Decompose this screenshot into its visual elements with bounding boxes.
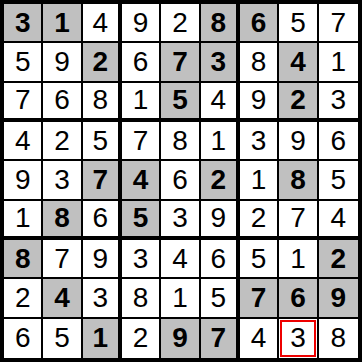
cell-r2c1[interactable]: 5 (4, 43, 43, 82)
cell-r8c1[interactable]: 2 (4, 279, 43, 318)
cell-r7c7[interactable]: 5 (240, 240, 279, 279)
cell-r4c6[interactable]: 1 (201, 122, 240, 161)
cell-r6c6[interactable]: 9 (201, 201, 240, 240)
cell-r5c2[interactable]: 3 (43, 161, 82, 200)
cell-r8c3[interactable]: 3 (83, 279, 122, 318)
cell-r8c2[interactable]: 4 (43, 279, 82, 318)
cell-r9c9[interactable]: 8 (319, 319, 358, 358)
cell-r8c4[interactable]: 8 (122, 279, 161, 318)
cell-r1c5[interactable]: 2 (161, 4, 200, 43)
cell-r6c4[interactable]: 5 (122, 201, 161, 240)
cell-r8c7[interactable]: 7 (240, 279, 279, 318)
sudoku-board: 3149286575926738417681549234257813969374… (0, 0, 362, 362)
cell-r9c8[interactable]: 3 (279, 319, 318, 358)
cell-r6c8[interactable]: 7 (279, 201, 318, 240)
cell-r9c5[interactable]: 9 (161, 319, 200, 358)
cell-r2c2[interactable]: 9 (43, 43, 82, 82)
cell-r6c7[interactable]: 2 (240, 201, 279, 240)
cell-r3c2[interactable]: 6 (43, 83, 82, 122)
cell-r5c5[interactable]: 6 (161, 161, 200, 200)
cell-r1c6[interactable]: 8 (201, 4, 240, 43)
cell-r4c1[interactable]: 4 (4, 122, 43, 161)
cell-r7c8[interactable]: 1 (279, 240, 318, 279)
cell-r2c3[interactable]: 2 (83, 43, 122, 82)
cell-r5c6[interactable]: 2 (201, 161, 240, 200)
cell-r3c6[interactable]: 4 (201, 83, 240, 122)
cell-r3c8[interactable]: 2 (279, 83, 318, 122)
cell-r1c7[interactable]: 6 (240, 4, 279, 43)
cell-r5c7[interactable]: 1 (240, 161, 279, 200)
cell-r4c8[interactable]: 9 (279, 122, 318, 161)
cell-r7c4[interactable]: 3 (122, 240, 161, 279)
cell-r4c7[interactable]: 3 (240, 122, 279, 161)
cell-r5c3[interactable]: 7 (83, 161, 122, 200)
cell-r6c3[interactable]: 6 (83, 201, 122, 240)
cell-r8c8[interactable]: 6 (279, 279, 318, 318)
cell-r9c4[interactable]: 2 (122, 319, 161, 358)
cell-r3c9[interactable]: 3 (319, 83, 358, 122)
cell-r8c9[interactable]: 9 (319, 279, 358, 318)
cell-r9c3[interactable]: 1 (83, 319, 122, 358)
cell-r1c1[interactable]: 3 (4, 4, 43, 43)
cell-r7c2[interactable]: 7 (43, 240, 82, 279)
cell-r4c4[interactable]: 7 (122, 122, 161, 161)
cell-r2c9[interactable]: 1 (319, 43, 358, 82)
cell-r4c9[interactable]: 6 (319, 122, 358, 161)
cell-r3c5[interactable]: 5 (161, 83, 200, 122)
cell-r6c2[interactable]: 8 (43, 201, 82, 240)
cell-r7c6[interactable]: 6 (201, 240, 240, 279)
cell-r6c9[interactable]: 4 (319, 201, 358, 240)
cell-r7c1[interactable]: 8 (4, 240, 43, 279)
cell-r1c3[interactable]: 4 (83, 4, 122, 43)
cell-r2c7[interactable]: 8 (240, 43, 279, 82)
cell-r5c9[interactable]: 5 (319, 161, 358, 200)
cell-r2c6[interactable]: 3 (201, 43, 240, 82)
cell-r2c8[interactable]: 4 (279, 43, 318, 82)
cell-r7c9[interactable]: 2 (319, 240, 358, 279)
cell-r9c7[interactable]: 4 (240, 319, 279, 358)
cell-r3c1[interactable]: 7 (4, 83, 43, 122)
cell-r1c4[interactable]: 9 (122, 4, 161, 43)
cell-r4c2[interactable]: 2 (43, 122, 82, 161)
cell-r4c3[interactable]: 5 (83, 122, 122, 161)
cell-r3c4[interactable]: 1 (122, 83, 161, 122)
cell-r7c3[interactable]: 9 (83, 240, 122, 279)
cell-r2c5[interactable]: 7 (161, 43, 200, 82)
cell-r2c4[interactable]: 6 (122, 43, 161, 82)
cell-r4c5[interactable]: 8 (161, 122, 200, 161)
cell-r5c8[interactable]: 8 (279, 161, 318, 200)
cell-r3c7[interactable]: 9 (240, 83, 279, 122)
cell-r9c2[interactable]: 5 (43, 319, 82, 358)
cell-r6c5[interactable]: 3 (161, 201, 200, 240)
cell-r9c1[interactable]: 6 (4, 319, 43, 358)
cell-r3c3[interactable]: 8 (83, 83, 122, 122)
cell-r1c9[interactable]: 7 (319, 4, 358, 43)
cell-r6c1[interactable]: 1 (4, 201, 43, 240)
cell-r8c6[interactable]: 5 (201, 279, 240, 318)
cell-r5c1[interactable]: 9 (4, 161, 43, 200)
cell-r1c8[interactable]: 5 (279, 4, 318, 43)
cell-r5c4[interactable]: 4 (122, 161, 161, 200)
cell-r1c2[interactable]: 1 (43, 4, 82, 43)
cell-r8c5[interactable]: 1 (161, 279, 200, 318)
cell-r7c5[interactable]: 4 (161, 240, 200, 279)
cell-r9c6[interactable]: 7 (201, 319, 240, 358)
